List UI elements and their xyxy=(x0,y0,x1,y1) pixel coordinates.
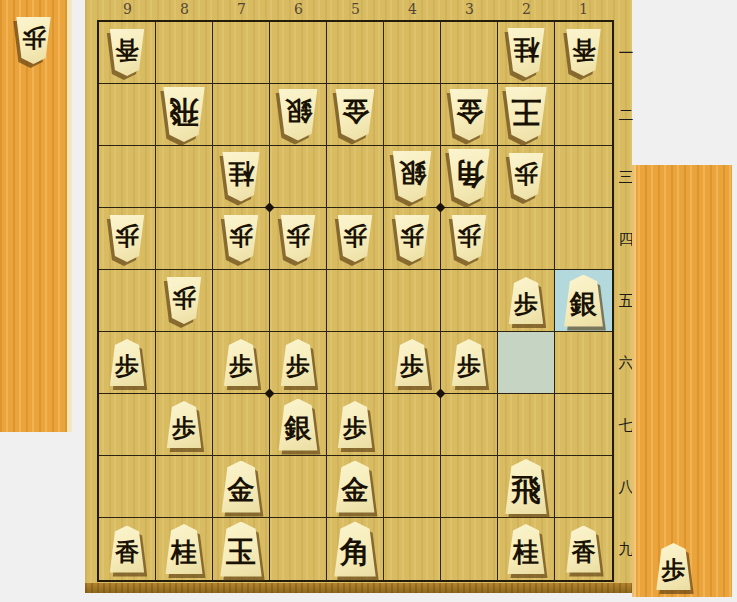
square-1d[interactable] xyxy=(555,208,612,270)
piece-sente-knight[interactable]: 桂 xyxy=(505,524,547,574)
square-6c[interactable] xyxy=(270,146,327,208)
square-9c[interactable] xyxy=(99,146,156,208)
square-3e[interactable] xyxy=(441,270,498,332)
square-3c[interactable]: 角 xyxy=(441,146,498,208)
piece-gote-rook[interactable]: 飛 xyxy=(161,87,208,142)
piece-kanji: 王 xyxy=(511,97,541,127)
shogi-app: 歩 987654321 一二三四五六七八九 香桂香飛銀金金王桂銀角歩歩歩歩歩歩歩… xyxy=(0,0,737,602)
square-1f[interactable] xyxy=(555,332,612,394)
piece-gote-silver[interactable]: 銀 xyxy=(276,89,320,141)
piece-face: 香 xyxy=(108,29,147,76)
square-9h[interactable] xyxy=(99,456,156,518)
piece-gote-pawn[interactable]: 歩 xyxy=(507,153,546,200)
piece-face: 金 xyxy=(219,461,263,513)
piece-kanji: 銀 xyxy=(399,160,426,187)
piece-gote-lance[interactable]: 香 xyxy=(564,29,603,76)
piece-sente-lance[interactable]: 香 xyxy=(108,526,147,573)
square-6d[interactable]: 歩 xyxy=(270,208,327,270)
piece-sente-rook[interactable]: 飛 xyxy=(503,459,550,514)
piece-gote-pawn[interactable]: 歩 xyxy=(393,215,432,262)
piece-face: 歩 xyxy=(222,339,261,386)
square-1i[interactable]: 香 xyxy=(555,518,612,580)
file-label-4: 4 xyxy=(384,1,441,17)
square-9f[interactable]: 歩 xyxy=(99,332,156,394)
square-9a[interactable]: 香 xyxy=(99,22,156,84)
square-8b[interactable]: 飛 xyxy=(156,84,213,146)
piece-face: 香 xyxy=(564,29,603,76)
file-label-2: 2 xyxy=(498,1,555,17)
piece-face: 銀 xyxy=(390,151,434,203)
square-4g[interactable] xyxy=(384,394,441,456)
square-5i[interactable]: 角 xyxy=(327,518,384,580)
square-7d[interactable]: 歩 xyxy=(213,208,270,270)
piece-kanji: 歩 xyxy=(400,224,424,248)
square-9e[interactable] xyxy=(99,270,156,332)
piece-sente-pawn[interactable]: 歩 xyxy=(393,339,432,386)
piece-kanji: 歩 xyxy=(343,224,367,248)
piece-kanji: 銀 xyxy=(285,98,312,125)
square-4e[interactable] xyxy=(384,270,441,332)
piece-face: 歩 xyxy=(507,277,546,324)
piece-kanji: 桂 xyxy=(513,539,539,565)
square-1h[interactable] xyxy=(555,456,612,518)
square-5h[interactable]: 金 xyxy=(327,456,384,518)
shogi-board: 987654321 一二三四五六七八九 香桂香飛銀金金王桂銀角歩歩歩歩歩歩歩歩歩… xyxy=(85,0,632,593)
square-5e[interactable] xyxy=(327,270,384,332)
piece-face: 香 xyxy=(564,526,603,573)
piece-gote-pawn[interactable]: 歩 xyxy=(165,277,204,324)
piece-kanji: 歩 xyxy=(457,354,481,378)
piece-gote-pawn[interactable]: 歩 xyxy=(450,215,489,262)
file-label-6: 6 xyxy=(270,1,327,17)
square-7b[interactable] xyxy=(213,84,270,146)
piece-kanji: 銀 xyxy=(570,290,597,317)
piece-sente-knight[interactable]: 桂 xyxy=(163,524,205,574)
piece-face: 歩 xyxy=(108,339,147,386)
piece-face: 角 xyxy=(332,522,379,577)
square-9g[interactable] xyxy=(99,394,156,456)
square-3f[interactable]: 歩 xyxy=(441,332,498,394)
square-3h[interactable] xyxy=(441,456,498,518)
piece-kanji: 歩 xyxy=(229,354,253,378)
piece-sente-king[interactable]: 玉 xyxy=(218,522,265,577)
piece-face: 金 xyxy=(447,89,491,141)
square-8i[interactable]: 桂 xyxy=(156,518,213,580)
square-4i[interactable] xyxy=(384,518,441,580)
piece-kanji: 歩 xyxy=(115,354,139,378)
piece-face: 香 xyxy=(108,526,147,573)
piece-face: 飛 xyxy=(503,459,550,514)
piece-gote-king[interactable]: 王 xyxy=(503,87,550,142)
square-7c[interactable]: 桂 xyxy=(213,146,270,208)
piece-gote-bishop[interactable]: 角 xyxy=(446,149,493,204)
piece-kanji: 飛 xyxy=(169,97,199,127)
piece-kanji: 桂 xyxy=(171,539,197,565)
piece-gote-pawn[interactable]: 歩 xyxy=(108,215,147,262)
square-7i[interactable]: 玉 xyxy=(213,518,270,580)
piece-kanji: 桂 xyxy=(513,37,539,63)
piece-kanji: 歩 xyxy=(514,162,538,186)
file-label-5: 5 xyxy=(327,1,384,17)
piece-face: 歩 xyxy=(450,215,489,262)
piece-kanji: 香 xyxy=(572,540,596,564)
square-3i[interactable] xyxy=(441,518,498,580)
square-1b[interactable] xyxy=(555,84,612,146)
piece-face: 玉 xyxy=(218,522,265,577)
piece-sente-lance[interactable]: 香 xyxy=(564,526,603,573)
piece-kanji: 香 xyxy=(115,540,139,564)
piece-gote-gold[interactable]: 金 xyxy=(333,89,377,141)
piece-gote-knight[interactable]: 桂 xyxy=(505,28,547,78)
piece-kanji: 玉 xyxy=(226,537,256,567)
board-grid: 香桂香飛銀金金王桂銀角歩歩歩歩歩歩歩歩歩銀歩歩歩歩歩歩銀歩金金飛香桂玉角桂香 xyxy=(97,20,614,582)
piece-sente-silver[interactable]: 銀 xyxy=(276,399,320,451)
piece-face: 銀 xyxy=(276,89,320,141)
piece-kanji: 歩 xyxy=(400,354,424,378)
piece-face: 歩 xyxy=(336,401,375,448)
piece-face: 歩 xyxy=(222,215,261,262)
piece-gote-pawn[interactable]: 歩 xyxy=(336,215,375,262)
gote-hand-tray: 歩 xyxy=(0,0,72,432)
square-9b[interactable] xyxy=(99,84,156,146)
square-4c[interactable]: 銀 xyxy=(384,146,441,208)
piece-kanji: 桂 xyxy=(228,161,254,187)
piece-sente-gold[interactable]: 金 xyxy=(333,461,377,513)
piece-kanji: 歩 xyxy=(229,224,253,248)
square-6h[interactable] xyxy=(270,456,327,518)
hand-piece-gote-pawn[interactable]: 歩 xyxy=(14,17,53,64)
square-2h[interactable]: 飛 xyxy=(498,456,555,518)
file-label-7: 7 xyxy=(213,1,270,17)
piece-gote-pawn[interactable]: 歩 xyxy=(279,215,318,262)
piece-kanji: 角 xyxy=(454,159,484,189)
square-2g[interactable] xyxy=(498,394,555,456)
file-label-8: 8 xyxy=(156,1,213,17)
piece-sente-pawn[interactable]: 歩 xyxy=(336,401,375,448)
square-1e[interactable]: 銀 xyxy=(555,270,612,332)
square-3g[interactable] xyxy=(441,394,498,456)
square-7g[interactable] xyxy=(213,394,270,456)
piece-face: 銀 xyxy=(562,275,606,327)
piece-face: 歩 xyxy=(393,339,432,386)
square-2i[interactable]: 桂 xyxy=(498,518,555,580)
file-labels: 987654321 xyxy=(99,1,612,17)
board-edge xyxy=(85,583,632,593)
square-2c[interactable]: 歩 xyxy=(498,146,555,208)
piece-kanji: 香 xyxy=(572,38,596,62)
piece-face: 金 xyxy=(333,89,377,141)
square-1a[interactable]: 香 xyxy=(555,22,612,84)
piece-kanji: 角 xyxy=(340,537,370,567)
piece-face: 桂 xyxy=(505,524,547,574)
piece-kanji: 金 xyxy=(342,98,369,125)
piece-face: 王 xyxy=(503,87,550,142)
piece-kanji: 歩 xyxy=(662,558,686,582)
piece-kanji: 金 xyxy=(456,98,483,125)
piece-gote-lance[interactable]: 香 xyxy=(108,29,147,76)
piece-sente-pawn[interactable]: 歩 xyxy=(165,401,204,448)
file-label-3: 3 xyxy=(441,1,498,17)
piece-sente-bishop[interactable]: 角 xyxy=(332,522,379,577)
piece-face: 角 xyxy=(446,149,493,204)
piece-kanji: 歩 xyxy=(172,286,196,310)
sente-hand-tray: 歩 xyxy=(632,165,732,597)
piece-kanji: 歩 xyxy=(286,224,310,248)
square-6i[interactable] xyxy=(270,518,327,580)
square-7a[interactable] xyxy=(213,22,270,84)
square-5g[interactable]: 歩 xyxy=(327,394,384,456)
piece-kanji: 歩 xyxy=(22,26,46,50)
square-1c[interactable] xyxy=(555,146,612,208)
piece-kanji: 金 xyxy=(228,476,255,503)
piece-face: 桂 xyxy=(505,28,547,78)
piece-face: 歩 xyxy=(279,339,318,386)
square-8a[interactable] xyxy=(156,22,213,84)
piece-kanji: 歩 xyxy=(514,292,538,316)
piece-kanji: 金 xyxy=(342,476,369,503)
square-9i[interactable]: 香 xyxy=(99,518,156,580)
piece-kanji: 歩 xyxy=(457,224,481,248)
rank-label-1: 一 xyxy=(616,22,636,84)
piece-face: 桂 xyxy=(220,152,262,202)
square-6e[interactable] xyxy=(270,270,327,332)
piece-face: 歩 xyxy=(336,215,375,262)
square-1g[interactable] xyxy=(555,394,612,456)
square-2b[interactable]: 王 xyxy=(498,84,555,146)
square-4f[interactable]: 歩 xyxy=(384,332,441,394)
square-8d[interactable] xyxy=(156,208,213,270)
square-4h[interactable] xyxy=(384,456,441,518)
square-3a[interactable] xyxy=(441,22,498,84)
square-4a[interactable] xyxy=(384,22,441,84)
piece-face: 歩 xyxy=(165,401,204,448)
square-5c[interactable] xyxy=(327,146,384,208)
piece-face: 銀 xyxy=(276,399,320,451)
piece-face: 歩 xyxy=(14,17,53,64)
square-5b[interactable]: 金 xyxy=(327,84,384,146)
file-label-1: 1 xyxy=(555,1,612,17)
piece-kanji: 銀 xyxy=(285,414,312,441)
piece-gote-gold[interactable]: 金 xyxy=(447,89,491,141)
square-8c[interactable] xyxy=(156,146,213,208)
piece-sente-pawn[interactable]: 歩 xyxy=(507,277,546,324)
square-6b[interactable]: 銀 xyxy=(270,84,327,146)
square-2f[interactable] xyxy=(498,332,555,394)
square-7e[interactable] xyxy=(213,270,270,332)
square-3b[interactable]: 金 xyxy=(441,84,498,146)
rank-label-2: 二 xyxy=(616,84,636,146)
file-label-9: 9 xyxy=(99,1,156,17)
piece-sente-gold[interactable]: 金 xyxy=(219,461,263,513)
square-8e[interactable]: 歩 xyxy=(156,270,213,332)
piece-kanji: 歩 xyxy=(343,416,367,440)
square-2a[interactable]: 桂 xyxy=(498,22,555,84)
square-8g[interactable]: 歩 xyxy=(156,394,213,456)
piece-gote-silver[interactable]: 銀 xyxy=(390,151,434,203)
piece-face: 金 xyxy=(333,461,377,513)
piece-face: 歩 xyxy=(450,339,489,386)
square-6f[interactable]: 歩 xyxy=(270,332,327,394)
square-8f[interactable] xyxy=(156,332,213,394)
piece-face: 歩 xyxy=(165,277,204,324)
piece-sente-pawn[interactable]: 歩 xyxy=(222,339,261,386)
piece-face: 歩 xyxy=(393,215,432,262)
piece-kanji: 香 xyxy=(115,38,139,62)
piece-kanji: 飛 xyxy=(511,475,541,505)
piece-gote-pawn[interactable]: 歩 xyxy=(222,215,261,262)
piece-face: 桂 xyxy=(163,524,205,574)
piece-face: 歩 xyxy=(108,215,147,262)
square-9d[interactable]: 歩 xyxy=(99,208,156,270)
square-2d[interactable] xyxy=(498,208,555,270)
square-5a[interactable] xyxy=(327,22,384,84)
piece-sente-silver[interactable]: 銀 xyxy=(562,275,606,327)
square-3d[interactable]: 歩 xyxy=(441,208,498,270)
hand-piece-sente-pawn[interactable]: 歩 xyxy=(654,543,693,590)
piece-kanji: 歩 xyxy=(286,354,310,378)
square-7h[interactable]: 金 xyxy=(213,456,270,518)
square-4d[interactable]: 歩 xyxy=(384,208,441,270)
piece-face: 飛 xyxy=(161,87,208,142)
piece-kanji: 歩 xyxy=(115,224,139,248)
piece-sente-pawn[interactable]: 歩 xyxy=(108,339,147,386)
square-6a[interactable] xyxy=(270,22,327,84)
square-7f[interactable]: 歩 xyxy=(213,332,270,394)
square-5f[interactable] xyxy=(327,332,384,394)
piece-sente-pawn[interactable]: 歩 xyxy=(279,339,318,386)
square-4b[interactable] xyxy=(384,84,441,146)
square-8h[interactable] xyxy=(156,456,213,518)
piece-face: 歩 xyxy=(507,153,546,200)
square-5d[interactable]: 歩 xyxy=(327,208,384,270)
square-2e[interactable]: 歩 xyxy=(498,270,555,332)
piece-face: 歩 xyxy=(279,215,318,262)
piece-sente-pawn[interactable]: 歩 xyxy=(450,339,489,386)
piece-kanji: 歩 xyxy=(172,416,196,440)
piece-gote-knight[interactable]: 桂 xyxy=(220,152,262,202)
square-6g[interactable]: 銀 xyxy=(270,394,327,456)
piece-face: 歩 xyxy=(654,543,693,590)
